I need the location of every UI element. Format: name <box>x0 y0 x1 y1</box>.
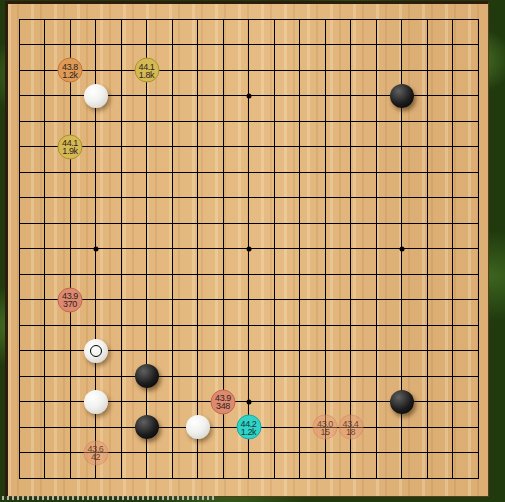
black-stone <box>135 415 159 439</box>
analysis-move-suggestion-J4[interactable]: 43.9348 <box>211 389 236 414</box>
star-point <box>246 399 251 404</box>
star-point <box>93 246 98 251</box>
analysis-move-suggestion-K3[interactable]: 44.21.2k <box>236 415 261 440</box>
star-point <box>246 246 251 251</box>
visits-label: 1.9k <box>62 147 77 155</box>
visits-label: 1.2k <box>62 70 77 78</box>
visits-label: 348 <box>216 402 230 410</box>
go-board[interactable]: 43.81.2k44.11.8k44.11.9k43.937043.934844… <box>5 1 489 497</box>
visits-label: 1.8k <box>139 70 154 78</box>
visits-label: 18 <box>346 427 355 435</box>
board-grid: 43.81.2k44.11.8k44.11.9k43.937043.934844… <box>19 19 479 479</box>
star-point <box>246 93 251 98</box>
visits-label: 15 <box>320 427 329 435</box>
visits-label: 1.2k <box>241 427 256 435</box>
analysis-move-suggestion-N3[interactable]: 43.015 <box>313 415 338 440</box>
black-stone <box>390 84 414 108</box>
white-stone <box>84 84 108 108</box>
white-stone <box>84 390 108 414</box>
white-stone <box>84 339 108 363</box>
analysis-move-suggestion-F17[interactable]: 44.11.8k <box>134 58 159 83</box>
white-stone <box>186 415 210 439</box>
analysis-move-suggestion-C8[interactable]: 43.9370 <box>58 287 83 312</box>
visits-label: 42 <box>91 453 100 461</box>
analysis-move-suggestion-C14[interactable]: 44.11.9k <box>58 134 83 159</box>
last-move-marker <box>90 345 102 357</box>
star-point <box>399 246 404 251</box>
analysis-move-suggestion-D2[interactable]: 43.642 <box>83 440 108 465</box>
analysis-move-suggestion-C17[interactable]: 43.81.2k <box>58 58 83 83</box>
visits-label: 370 <box>63 300 77 308</box>
go-analysis-screen: 43.81.2k44.11.8k44.11.9k43.937043.934844… <box>0 0 505 502</box>
black-stone <box>390 390 414 414</box>
clipped-ui-text <box>2 496 214 500</box>
analysis-move-suggestion-O3[interactable]: 43.418 <box>338 415 363 440</box>
black-stone <box>135 364 159 388</box>
